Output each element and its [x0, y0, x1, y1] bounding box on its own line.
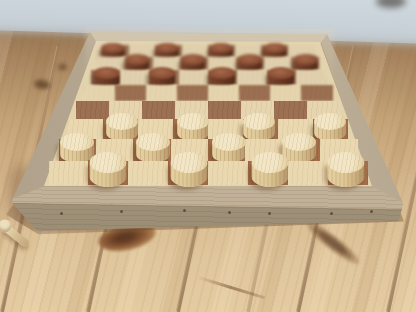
square-dark[interactable] [168, 161, 208, 185]
board-row [91, 70, 326, 85]
square-dark[interactable] [115, 85, 146, 101]
square-dark[interactable] [291, 57, 319, 70]
square-light[interactable] [237, 70, 266, 85]
square-dark[interactable] [236, 57, 264, 70]
square-dark[interactable] [76, 101, 109, 119]
board-row [84, 85, 333, 101]
square-dark[interactable] [208, 45, 235, 57]
square-dark[interactable] [267, 70, 296, 85]
square-dark[interactable] [239, 85, 270, 101]
square-dark[interactable] [208, 101, 241, 119]
checker-piece-dark[interactable] [268, 67, 295, 87]
frame-nail [183, 209, 186, 212]
checker-piece-light[interactable] [327, 152, 364, 187]
checker-piece-light[interactable] [251, 152, 288, 187]
square-dark[interactable] [91, 70, 120, 85]
frame-nail [228, 211, 231, 214]
checker-piece-light[interactable] [90, 152, 127, 187]
checker-piece-dark[interactable] [208, 67, 235, 87]
frame-nail [330, 212, 333, 215]
square-light[interactable] [179, 70, 208, 85]
square-dark[interactable] [142, 101, 175, 119]
checkers-board [0, 45, 416, 185]
square-dark[interactable] [149, 70, 178, 85]
square-dark[interactable] [283, 139, 320, 161]
checker-piece-light[interactable] [171, 152, 208, 187]
square-dark[interactable] [261, 45, 288, 57]
frame-nail [370, 210, 373, 213]
square-dark[interactable] [313, 119, 348, 139]
square-dark[interactable] [103, 119, 138, 139]
frame-nail [268, 212, 271, 215]
square-light[interactable] [84, 85, 115, 101]
frame-nail [60, 212, 63, 215]
square-dark[interactable] [133, 139, 170, 161]
checker-piece-dark[interactable] [148, 67, 175, 87]
square-dark[interactable] [248, 161, 288, 185]
square-dark[interactable] [274, 101, 307, 119]
square-light[interactable] [208, 85, 239, 101]
square-dark[interactable] [328, 161, 368, 185]
square-light[interactable] [288, 161, 328, 185]
square-light[interactable] [128, 161, 168, 185]
checker-piece-light[interactable] [243, 113, 275, 141]
square-dark[interactable] [180, 57, 208, 70]
square-light[interactable] [296, 70, 325, 85]
square-dark[interactable] [88, 161, 128, 185]
checker-piece-light[interactable] [106, 113, 138, 141]
square-light[interactable] [120, 70, 149, 85]
square-light[interactable] [208, 161, 248, 185]
checker-piece-light[interactable] [136, 133, 170, 163]
checker-piece-light[interactable] [177, 113, 209, 141]
square-light[interactable] [49, 161, 89, 185]
board-row [49, 161, 368, 185]
square-light[interactable] [146, 85, 177, 101]
frame-nail [120, 210, 123, 213]
square-dark[interactable] [177, 85, 208, 101]
checker-piece-light[interactable] [314, 113, 346, 141]
square-dark[interactable] [208, 139, 245, 161]
square-dark[interactable] [301, 85, 332, 101]
square-dark[interactable] [208, 70, 237, 85]
checker-piece-light[interactable] [212, 133, 246, 163]
square-dark[interactable] [155, 45, 182, 57]
square-dark[interactable] [243, 119, 278, 139]
square-dark[interactable] [173, 119, 208, 139]
square-light[interactable] [270, 85, 301, 101]
checker-piece-dark[interactable] [94, 67, 121, 87]
photo-scene [0, 0, 416, 312]
